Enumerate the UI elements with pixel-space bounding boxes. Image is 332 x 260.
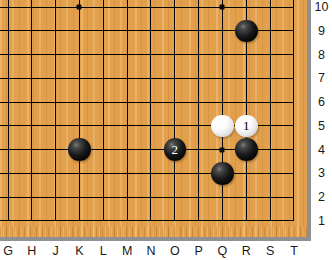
grid-line-horizontal <box>115 197 139 198</box>
grid-line-horizontal <box>44 54 68 55</box>
stone-white-R5: 1 <box>235 115 258 138</box>
col-label-N: N <box>146 244 155 257</box>
grid-line-horizontal <box>234 54 258 55</box>
grid-line-horizontal <box>139 173 163 174</box>
grid-line-horizontal <box>68 220 92 221</box>
intersection-N10[interactable] <box>139 0 163 19</box>
grid-line-horizontal <box>91 220 115 221</box>
grid-line-horizontal <box>20 125 44 126</box>
grid-line-horizontal <box>68 78 92 79</box>
intersection-N4[interactable] <box>139 138 163 162</box>
intersection-S4[interactable] <box>258 138 282 162</box>
intersection-Q7[interactable] <box>211 66 235 90</box>
grid-line-horizontal <box>139 54 163 55</box>
grid-line-vertical <box>127 0 128 19</box>
grid-line-horizontal <box>258 197 282 198</box>
intersection-O8[interactable] <box>163 43 187 67</box>
intersection-L7[interactable] <box>91 66 115 90</box>
intersection-O6[interactable] <box>163 90 187 114</box>
col-label-Q: Q <box>218 244 228 257</box>
col-label-T: T <box>290 244 298 257</box>
grid-line-horizontal <box>139 30 163 31</box>
col-label-O: O <box>170 244 180 257</box>
go-board-screenshot: 12 GHJKLMNOPQRST 10987654321 <box>0 0 332 260</box>
intersection-T7[interactable] <box>282 66 306 90</box>
intersection-K6[interactable] <box>68 90 92 114</box>
stone-black-R9 <box>235 20 258 43</box>
grid-line-horizontal <box>139 197 163 198</box>
grid-line-vertical <box>174 0 175 19</box>
intersection-J7[interactable] <box>44 66 68 90</box>
grid-line-horizontal <box>187 197 211 198</box>
intersection-T6[interactable] <box>282 90 306 114</box>
grid-line-horizontal <box>234 7 258 8</box>
grid-line-horizontal <box>282 7 294 8</box>
grid-line-horizontal <box>211 54 235 55</box>
grid-line-vertical <box>31 0 32 19</box>
grid-line-horizontal <box>187 173 211 174</box>
intersection-P2[interactable] <box>187 185 211 209</box>
row-label-9: 9 <box>318 25 325 38</box>
grid-line-horizontal <box>20 54 44 55</box>
grid-line-horizontal <box>258 125 282 126</box>
grid-line-horizontal <box>187 149 211 150</box>
grid-line-horizontal <box>163 173 187 174</box>
intersection-S2[interactable] <box>258 185 282 209</box>
grid-line-horizontal <box>0 30 20 31</box>
grid-line-horizontal <box>44 78 68 79</box>
stone-black-R4 <box>235 138 258 161</box>
grid-line-horizontal <box>139 149 163 150</box>
intersection-Q9[interactable] <box>211 19 235 43</box>
intersection-S3[interactable] <box>258 161 282 185</box>
grid-line-horizontal <box>187 54 211 55</box>
intersection-M5[interactable] <box>115 114 139 138</box>
intersection-N5[interactable] <box>139 114 163 138</box>
grid-line-horizontal <box>163 102 187 103</box>
intersection-O9[interactable] <box>163 19 187 43</box>
star-point-Q10 <box>220 5 225 10</box>
intersection-L9[interactable] <box>91 19 115 43</box>
intersection-H2[interactable] <box>20 185 44 209</box>
intersection-R3[interactable] <box>234 161 258 185</box>
stone-black-O4: 2 <box>164 138 187 161</box>
grid-line-vertical <box>198 0 199 19</box>
grid-line-horizontal <box>115 78 139 79</box>
grid-line-horizontal <box>258 78 282 79</box>
grid-line-horizontal <box>282 173 294 174</box>
grid-line-vertical <box>55 0 56 19</box>
intersection-G6[interactable] <box>0 90 20 114</box>
col-label-J: J <box>53 244 59 257</box>
col-label-G: G <box>3 244 13 257</box>
intersection-L6[interactable] <box>91 90 115 114</box>
grid-line-horizontal <box>20 173 44 174</box>
grid-line-vertical <box>293 0 294 19</box>
grid-line-vertical <box>8 0 9 19</box>
grid-line-horizontal <box>282 149 294 150</box>
grid-line-horizontal <box>282 54 294 55</box>
grid-line-horizontal <box>115 220 139 221</box>
intersection-Q8[interactable] <box>211 43 235 67</box>
grid-line-horizontal <box>211 78 235 79</box>
intersection-L3[interactable] <box>91 161 115 185</box>
intersection-L8[interactable] <box>91 43 115 67</box>
grid-line-horizontal <box>68 173 92 174</box>
grid-line-horizontal <box>258 54 282 55</box>
intersection-N7[interactable] <box>139 66 163 90</box>
intersection-J2[interactable] <box>44 185 68 209</box>
grid-line-horizontal <box>282 125 294 126</box>
grid-line-horizontal <box>68 197 92 198</box>
intersection-G7[interactable] <box>0 66 20 90</box>
grid-line-horizontal <box>187 220 211 221</box>
grid-line-vertical <box>246 0 247 19</box>
intersection-O7[interactable] <box>163 66 187 90</box>
grid-line-horizontal <box>0 220 20 221</box>
move-number-label: 1 <box>243 119 250 132</box>
grid-line-horizontal <box>20 149 44 150</box>
intersection-O2[interactable] <box>163 185 187 209</box>
grid-line-vertical <box>270 0 271 19</box>
intersection-G5[interactable] <box>0 114 20 138</box>
row-label-4: 4 <box>318 143 325 156</box>
grid-line-horizontal <box>0 197 20 198</box>
intersection-K9[interactable] <box>68 19 92 43</box>
grid-line-horizontal <box>91 125 115 126</box>
grid-line-vertical <box>103 0 104 19</box>
intersection-T5[interactable] <box>282 114 306 138</box>
intersection-O5[interactable] <box>163 114 187 138</box>
grid-line-horizontal <box>68 102 92 103</box>
grid-line-horizontal <box>20 102 44 103</box>
intersection-M4[interactable] <box>115 138 139 162</box>
intersection-R7[interactable] <box>234 66 258 90</box>
intersection-H7[interactable] <box>20 66 44 90</box>
intersection-M9[interactable] <box>115 19 139 43</box>
intersection-H10[interactable] <box>20 0 44 19</box>
intersection-N2[interactable] <box>139 185 163 209</box>
grid-line-horizontal <box>0 54 20 55</box>
intersection-L2[interactable] <box>91 185 115 209</box>
grid-line-horizontal <box>0 173 20 174</box>
move-number-label: 2 <box>172 143 179 156</box>
grid-line-horizontal <box>187 78 211 79</box>
grid-line-horizontal <box>44 125 68 126</box>
grid-line-horizontal <box>44 197 68 198</box>
col-label-P: P <box>194 244 202 257</box>
grid-line-horizontal <box>234 102 258 103</box>
col-label-L: L <box>100 244 107 257</box>
intersection-O4[interactable]: 2 <box>163 138 187 162</box>
grid-line-horizontal <box>115 54 139 55</box>
grid-line-horizontal <box>163 125 187 126</box>
grid-line-horizontal <box>44 102 68 103</box>
intersection-S6[interactable] <box>258 90 282 114</box>
grid-line-horizontal <box>282 78 294 79</box>
grid-line-horizontal <box>91 149 115 150</box>
grid-line-horizontal <box>0 125 20 126</box>
grid-line-horizontal <box>91 54 115 55</box>
intersection-R6[interactable] <box>234 90 258 114</box>
intersection-P5[interactable] <box>187 114 211 138</box>
star-point-Q4 <box>220 147 225 152</box>
grid-line-horizontal <box>234 197 258 198</box>
grid-line-horizontal <box>258 149 282 150</box>
grid-line-horizontal <box>91 102 115 103</box>
intersection-P10[interactable] <box>187 0 211 19</box>
go-board: 12 <box>0 0 307 237</box>
intersection-J10[interactable] <box>44 0 68 19</box>
grid-line-horizontal <box>20 7 44 8</box>
intersection-H4[interactable] <box>20 138 44 162</box>
intersection-N6[interactable] <box>139 90 163 114</box>
intersection-K5[interactable] <box>68 114 92 138</box>
grid-line-horizontal <box>163 220 187 221</box>
intersection-T9[interactable] <box>282 19 306 43</box>
grid-line-horizontal <box>139 220 163 221</box>
grid-line-horizontal <box>211 220 235 221</box>
intersection-R9[interactable] <box>234 19 258 43</box>
intersection-G3[interactable] <box>0 161 20 185</box>
intersection-Q4[interactable] <box>211 138 235 162</box>
grid-line-horizontal <box>163 78 187 79</box>
intersection-N3[interactable] <box>139 161 163 185</box>
grid-line-horizontal <box>115 30 139 31</box>
grid-line-horizontal <box>115 125 139 126</box>
row-label-1: 1 <box>318 215 325 228</box>
intersection-K8[interactable] <box>68 43 92 67</box>
intersection-G4[interactable] <box>0 138 20 162</box>
grid-line-horizontal <box>115 149 139 150</box>
grid-line-horizontal <box>139 78 163 79</box>
grid-line-horizontal <box>44 220 68 221</box>
row-label-8: 8 <box>318 48 325 61</box>
intersection-T10[interactable] <box>282 0 306 19</box>
grid-line-horizontal <box>91 7 115 8</box>
intersection-R4[interactable] <box>234 138 258 162</box>
grid-line-vertical <box>150 0 151 19</box>
grid-line-horizontal <box>68 30 92 31</box>
grid-line-horizontal <box>68 125 92 126</box>
board-edge-grain <box>0 227 307 237</box>
intersection-Q2[interactable] <box>211 185 235 209</box>
intersection-N9[interactable] <box>139 19 163 43</box>
intersection-J6[interactable] <box>44 90 68 114</box>
grid-line-horizontal <box>163 30 187 31</box>
grid-line-horizontal <box>91 78 115 79</box>
intersection-S9[interactable] <box>258 19 282 43</box>
intersection-G9[interactable] <box>0 19 20 43</box>
grid-line-horizontal <box>0 102 20 103</box>
col-label-S: S <box>266 244 274 257</box>
grid-line-horizontal <box>91 30 115 31</box>
grid-line-horizontal <box>0 149 20 150</box>
intersection-L4[interactable] <box>91 138 115 162</box>
row-labels: 10987654321 <box>311 0 332 241</box>
intersection-O10[interactable] <box>163 0 187 19</box>
grid-line-horizontal <box>163 7 187 8</box>
grid-line-horizontal <box>91 197 115 198</box>
grid-line-horizontal <box>234 173 258 174</box>
intersection-P4[interactable] <box>187 138 211 162</box>
grid-line-horizontal <box>115 102 139 103</box>
grid-line-horizontal <box>139 125 163 126</box>
intersection-G8[interactable] <box>0 43 20 67</box>
grid-line-horizontal <box>115 173 139 174</box>
intersection-M7[interactable] <box>115 66 139 90</box>
col-label-H: H <box>27 244 36 257</box>
intersection-G10[interactable] <box>0 0 20 19</box>
grid-line-horizontal <box>282 30 294 31</box>
intersection-S8[interactable] <box>258 43 282 67</box>
row-label-5: 5 <box>318 120 325 133</box>
intersection-S7[interactable] <box>258 66 282 90</box>
intersection-R10[interactable] <box>234 0 258 19</box>
grid-line-horizontal <box>163 54 187 55</box>
grid-line-horizontal <box>258 102 282 103</box>
row-label-2: 2 <box>318 191 325 204</box>
grid-line-horizontal <box>258 30 282 31</box>
grid-line-horizontal <box>68 54 92 55</box>
intersection-Q6[interactable] <box>211 90 235 114</box>
intersection-P8[interactable] <box>187 43 211 67</box>
grid-line-horizontal <box>187 125 211 126</box>
intersection-M10[interactable] <box>115 0 139 19</box>
grid-line-horizontal <box>20 30 44 31</box>
intersection-S5[interactable] <box>258 114 282 138</box>
intersection-J8[interactable] <box>44 43 68 67</box>
intersection-K2[interactable] <box>68 185 92 209</box>
intersection-Q10[interactable] <box>211 0 235 19</box>
grid-line-horizontal <box>282 102 294 103</box>
intersection-K10[interactable] <box>68 0 92 19</box>
col-label-K: K <box>75 244 83 257</box>
grid-line-horizontal <box>211 102 235 103</box>
stone-black-K4 <box>68 138 91 161</box>
board-grid: 12 <box>0 0 306 233</box>
intersection-H8[interactable] <box>20 43 44 67</box>
grid-line-horizontal <box>0 78 20 79</box>
grid-line-horizontal <box>139 7 163 8</box>
grid-line-horizontal <box>163 197 187 198</box>
grid-line-horizontal <box>187 30 211 31</box>
grid-line-horizontal <box>211 197 235 198</box>
grid-line-horizontal <box>211 30 235 31</box>
col-label-R: R <box>242 244 251 257</box>
grid-line-horizontal <box>282 220 294 221</box>
intersection-G2[interactable] <box>0 185 20 209</box>
intersection-R5[interactable]: 1 <box>234 114 258 138</box>
grid-line-horizontal <box>44 7 68 8</box>
intersection-T4[interactable] <box>282 138 306 162</box>
intersection-J4[interactable] <box>44 138 68 162</box>
intersection-T8[interactable] <box>282 43 306 67</box>
stone-black-Q3 <box>211 162 234 185</box>
grid-line-horizontal <box>282 197 294 198</box>
grid-line-horizontal <box>0 7 20 8</box>
intersection-L10[interactable] <box>91 0 115 19</box>
grid-line-horizontal <box>91 173 115 174</box>
grid-line-horizontal <box>139 102 163 103</box>
intersection-S10[interactable] <box>258 0 282 19</box>
intersection-Q5[interactable] <box>211 114 235 138</box>
grid-line-horizontal <box>20 197 44 198</box>
intersection-P3[interactable] <box>187 161 211 185</box>
intersection-T2[interactable] <box>282 185 306 209</box>
intersection-L5[interactable] <box>91 114 115 138</box>
intersection-O3[interactable] <box>163 161 187 185</box>
grid-line-horizontal <box>44 173 68 174</box>
intersection-T3[interactable] <box>282 161 306 185</box>
intersection-N8[interactable] <box>139 43 163 67</box>
intersection-P7[interactable] <box>187 66 211 90</box>
star-point-K10 <box>77 5 82 10</box>
intersection-J3[interactable] <box>44 161 68 185</box>
intersection-H6[interactable] <box>20 90 44 114</box>
row-label-7: 7 <box>318 72 325 85</box>
grid-line-horizontal <box>258 220 282 221</box>
intersection-H3[interactable] <box>20 161 44 185</box>
intersection-M6[interactable] <box>115 90 139 114</box>
intersection-P6[interactable] <box>187 90 211 114</box>
column-labels: GHJKLMNOPQRST <box>0 241 311 260</box>
intersection-K4[interactable] <box>68 138 92 162</box>
row-label-3: 3 <box>318 167 325 180</box>
grid-line-horizontal <box>20 78 44 79</box>
intersection-R2[interactable] <box>234 185 258 209</box>
intersection-K3[interactable] <box>68 161 92 185</box>
intersection-R8[interactable] <box>234 43 258 67</box>
intersection-J5[interactable] <box>44 114 68 138</box>
col-label-M: M <box>122 244 132 257</box>
grid-line-horizontal <box>234 220 258 221</box>
grid-line-horizontal <box>234 78 258 79</box>
row-label-10: 10 <box>315 1 329 14</box>
grid-line-horizontal <box>20 220 44 221</box>
grid-line-horizontal <box>187 102 211 103</box>
grid-line-horizontal <box>187 7 211 8</box>
stone-white-Q5 <box>211 115 234 138</box>
grid-line-horizontal <box>44 30 68 31</box>
intersection-P9[interactable] <box>187 19 211 43</box>
intersection-H5[interactable] <box>20 114 44 138</box>
row-label-6: 6 <box>318 96 325 109</box>
intersection-M2[interactable] <box>115 185 139 209</box>
intersection-Q3[interactable] <box>211 161 235 185</box>
grid-line-horizontal <box>44 149 68 150</box>
intersection-K7[interactable] <box>68 66 92 90</box>
intersection-M3[interactable] <box>115 161 139 185</box>
intersection-J9[interactable] <box>44 19 68 43</box>
grid-line-horizontal <box>115 7 139 8</box>
grid-line-horizontal <box>258 7 282 8</box>
grid-line-horizontal <box>258 173 282 174</box>
intersection-H9[interactable] <box>20 19 44 43</box>
intersection-M8[interactable] <box>115 43 139 67</box>
